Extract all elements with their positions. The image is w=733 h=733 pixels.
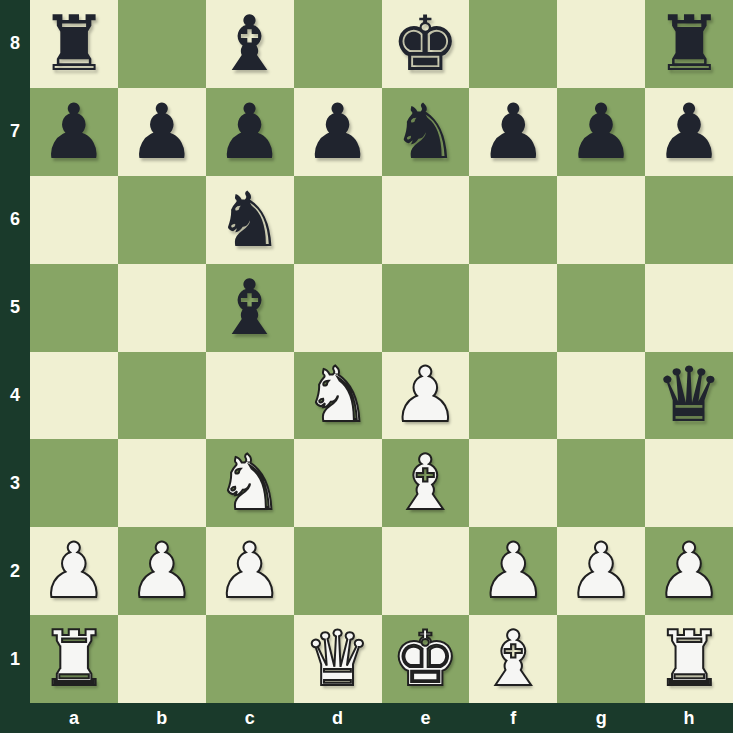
white-pawn[interactable]: ♟ [30,527,118,615]
rank-label-2: 2 [0,527,30,615]
file-label-f: f [469,703,557,733]
square-b4[interactable] [118,352,206,440]
rank-label-6: 6 [0,176,30,264]
square-c4[interactable] [206,352,294,440]
square-f5[interactable] [469,264,557,352]
square-f7[interactable]: ♟ [469,88,557,176]
black-pawn[interactable]: ♟ [30,88,118,176]
square-h4[interactable]: ♛ [645,352,733,440]
square-e2[interactable] [382,527,470,615]
square-e6[interactable] [382,176,470,264]
square-g7[interactable]: ♟ [557,88,645,176]
white-knight[interactable]: ♞ [206,439,294,527]
white-bishop[interactable]: ♝ [469,615,557,703]
rank-label-5: 5 [0,264,30,352]
black-pawn[interactable]: ♟ [469,88,557,176]
square-c6[interactable]: ♞ [206,176,294,264]
file-label-g: g [557,703,645,733]
file-label-h: h [645,703,733,733]
square-h5[interactable] [645,264,733,352]
white-pawn[interactable]: ♟ [118,527,206,615]
square-c7[interactable]: ♟ [206,88,294,176]
chess-board-window: 87654321 ♜♝♚♜♟♟♟♟♞♟♟♟♞♝♞♟♛♞♝♟♟♟♟♟♟♜♛♚♝♜ … [0,0,733,733]
square-e3[interactable]: ♝ [382,439,470,527]
file-label-a: a [30,703,118,733]
black-pawn[interactable]: ♟ [118,88,206,176]
white-rook[interactable]: ♜ [645,615,733,703]
square-f2[interactable]: ♟ [469,527,557,615]
white-king[interactable]: ♚ [382,615,470,703]
square-f1[interactable]: ♝ [469,615,557,703]
square-h7[interactable]: ♟ [645,88,733,176]
white-knight[interactable]: ♞ [294,352,382,440]
square-d5[interactable] [294,264,382,352]
rank-label-7: 7 [0,88,30,176]
square-h1[interactable]: ♜ [645,615,733,703]
square-d2[interactable] [294,527,382,615]
square-a4[interactable] [30,352,118,440]
rank-label-1: 1 [0,615,30,703]
square-a1[interactable]: ♜ [30,615,118,703]
black-knight[interactable]: ♞ [206,176,294,264]
square-a2[interactable]: ♟ [30,527,118,615]
square-g6[interactable] [557,176,645,264]
black-bishop[interactable]: ♝ [206,0,294,88]
square-a7[interactable]: ♟ [30,88,118,176]
square-e4[interactable]: ♟ [382,352,470,440]
square-c8[interactable]: ♝ [206,0,294,88]
square-f4[interactable] [469,352,557,440]
white-pawn[interactable]: ♟ [206,527,294,615]
rank-label-8: 8 [0,0,30,88]
square-e8[interactable]: ♚ [382,0,470,88]
rank-label-4: 4 [0,352,30,440]
square-d3[interactable] [294,439,382,527]
square-c3[interactable]: ♞ [206,439,294,527]
square-a6[interactable] [30,176,118,264]
white-pawn[interactable]: ♟ [469,527,557,615]
square-f3[interactable] [469,439,557,527]
square-e1[interactable]: ♚ [382,615,470,703]
file-label-c: c [206,703,294,733]
square-b7[interactable]: ♟ [118,88,206,176]
square-a3[interactable] [30,439,118,527]
black-rook[interactable]: ♜ [645,0,733,88]
file-label-b: b [118,703,206,733]
square-c1[interactable] [206,615,294,703]
square-h6[interactable] [645,176,733,264]
file-label-d: d [294,703,382,733]
rank-label-3: 3 [0,439,30,527]
square-d1[interactable]: ♛ [294,615,382,703]
square-d6[interactable] [294,176,382,264]
black-pawn[interactable]: ♟ [206,88,294,176]
square-h2[interactable]: ♟ [645,527,733,615]
board: ♜♝♚♜♟♟♟♟♞♟♟♟♞♝♞♟♛♞♝♟♟♟♟♟♟♜♛♚♝♜ [30,0,733,703]
square-c5[interactable]: ♝ [206,264,294,352]
square-h3[interactable] [645,439,733,527]
square-g5[interactable] [557,264,645,352]
square-d8[interactable] [294,0,382,88]
square-b8[interactable] [118,0,206,88]
file-labels: abcdefgh [30,703,733,733]
file-label-e: e [382,703,470,733]
rank-labels: 87654321 [0,0,30,703]
white-bishop[interactable]: ♝ [382,439,470,527]
black-pawn[interactable]: ♟ [645,88,733,176]
square-c2[interactable]: ♟ [206,527,294,615]
square-b5[interactable] [118,264,206,352]
black-rook[interactable]: ♜ [30,0,118,88]
square-g1[interactable] [557,615,645,703]
square-h8[interactable]: ♜ [645,0,733,88]
white-pawn[interactable]: ♟ [645,527,733,615]
square-b1[interactable] [118,615,206,703]
square-f6[interactable] [469,176,557,264]
square-g2[interactable]: ♟ [557,527,645,615]
square-f8[interactable] [469,0,557,88]
black-queen[interactable]: ♛ [645,352,733,440]
square-a8[interactable]: ♜ [30,0,118,88]
square-g4[interactable] [557,352,645,440]
black-bishop[interactable]: ♝ [206,264,294,352]
white-queen[interactable]: ♛ [294,615,382,703]
square-d7[interactable]: ♟ [294,88,382,176]
white-pawn[interactable]: ♟ [557,527,645,615]
square-d4[interactable]: ♞ [294,352,382,440]
square-a5[interactable] [30,264,118,352]
square-g3[interactable] [557,439,645,527]
square-b6[interactable] [118,176,206,264]
white-pawn[interactable]: ♟ [382,352,470,440]
square-e7[interactable]: ♞ [382,88,470,176]
black-king[interactable]: ♚ [382,0,470,88]
square-e5[interactable] [382,264,470,352]
black-pawn[interactable]: ♟ [557,88,645,176]
black-knight[interactable]: ♞ [382,88,470,176]
white-rook[interactable]: ♜ [30,615,118,703]
square-b2[interactable]: ♟ [118,527,206,615]
square-g8[interactable] [557,0,645,88]
square-b3[interactable] [118,439,206,527]
black-pawn[interactable]: ♟ [294,88,382,176]
